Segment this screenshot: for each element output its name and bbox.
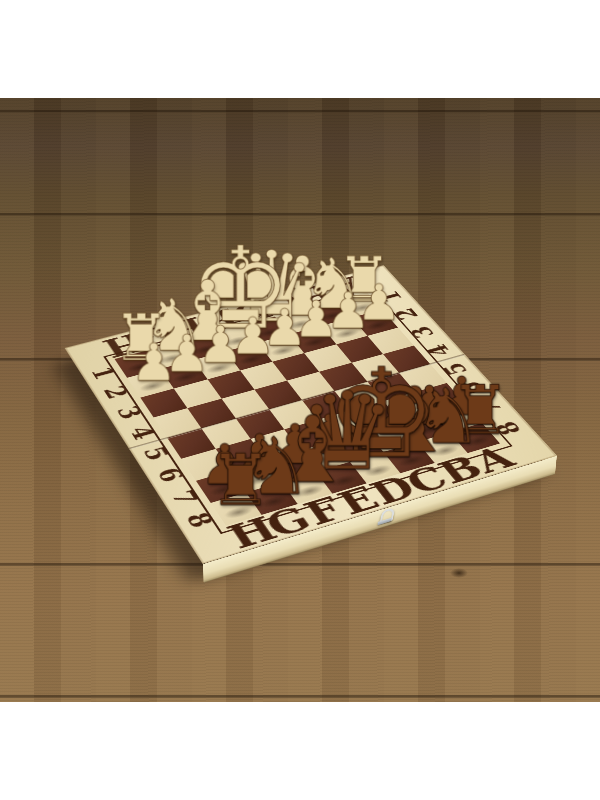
photo-area: 1122334455667788HHGGFFEEDDCCBBAA ♜♞♝♛♚♝♞… — [0, 98, 600, 702]
rook-glyph: ♜ — [209, 445, 272, 515]
white-margin-bottom — [0, 702, 600, 800]
product-photo-page: 1122334455667788HHGGFFEEDDCCBBAA ♜♞♝♛♚♝♞… — [0, 0, 600, 800]
chess-board: 1122334455667788HHGGFFEEDDCCBBAA ♜♞♝♛♚♝♞… — [65, 265, 557, 564]
scene: 1122334455667788HHGGFFEEDDCCBBAA ♜♞♝♛♚♝♞… — [0, 98, 600, 702]
white-margin-top — [0, 0, 600, 98]
clasp-hook-icon — [378, 507, 394, 526]
